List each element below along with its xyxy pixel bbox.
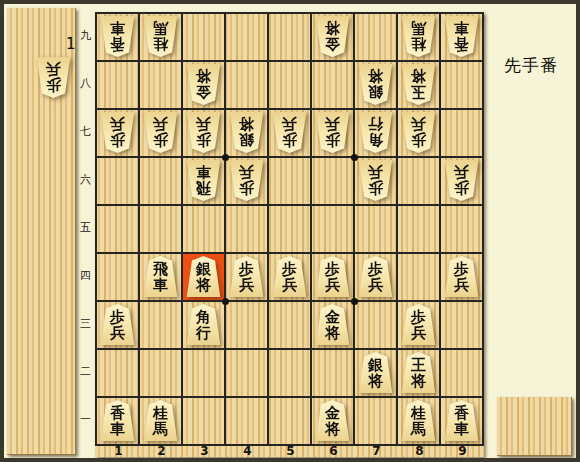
file-label-4: 4 xyxy=(226,446,269,457)
rank-label-九: 九 xyxy=(77,12,94,60)
sente-hand-pawn[interactable]: 歩兵 xyxy=(36,57,71,98)
board-cell-9-7[interactable] xyxy=(441,110,482,156)
piece-sente-歩兵[interactable]: 歩兵 xyxy=(272,112,307,153)
piece-gote-金将[interactable]: 金将 xyxy=(315,304,350,345)
piece-sente-玉将[interactable]: 玉将 xyxy=(401,64,436,105)
piece-sente-歩兵[interactable]: 歩兵 xyxy=(401,112,436,153)
piece-sente-金将[interactable]: 金将 xyxy=(186,64,221,105)
board-cell-4-8[interactable] xyxy=(226,62,267,108)
piece-sente-角行[interactable]: 角行 xyxy=(358,112,393,153)
board-cell-5-2[interactable] xyxy=(269,350,310,396)
board-cell-7-5[interactable] xyxy=(355,206,396,252)
piece-gote-歩兵[interactable]: 歩兵 xyxy=(401,304,436,345)
sente-hand-stand: 1 歩兵 xyxy=(7,8,76,455)
board-cell-1-2[interactable] xyxy=(97,350,138,396)
rank-label-七: 七 xyxy=(77,108,94,156)
board-cell-4-1[interactable] xyxy=(226,398,267,444)
piece-gote-桂馬[interactable]: 桂馬 xyxy=(143,400,178,441)
piece-sente-歩兵[interactable]: 歩兵 xyxy=(358,160,393,201)
board-cell-6-8[interactable] xyxy=(312,62,353,108)
file-label-8: 8 xyxy=(398,446,441,457)
file-label-2: 2 xyxy=(140,446,183,457)
star-point xyxy=(222,154,229,161)
star-point xyxy=(351,298,358,305)
piece-sente-香車[interactable]: 香車 xyxy=(100,16,135,57)
piece-gote-角行[interactable]: 角行 xyxy=(186,304,221,345)
rank-label-八: 八 xyxy=(77,60,94,108)
piece-sente-桂馬[interactable]: 桂馬 xyxy=(143,16,178,57)
board-cell-1-5[interactable] xyxy=(97,206,138,252)
piece-sente-歩兵[interactable]: 歩兵 xyxy=(143,112,178,153)
piece-sente-桂馬[interactable]: 桂馬 xyxy=(401,16,436,57)
piece-gote-桂馬[interactable]: 桂馬 xyxy=(401,400,436,441)
star-point xyxy=(222,298,229,305)
board-cell-4-2[interactable] xyxy=(226,350,267,396)
board-cell-6-5[interactable] xyxy=(312,206,353,252)
piece-gote-歩兵[interactable]: 歩兵 xyxy=(100,304,135,345)
board-cell-5-3[interactable] xyxy=(269,302,310,348)
rank-label-三: 三 xyxy=(77,300,94,348)
board-cell-4-5[interactable] xyxy=(226,206,267,252)
rank-labels: 九八七六五四三二一 xyxy=(77,12,94,446)
piece-gote-香車[interactable]: 香車 xyxy=(444,400,479,441)
board-cell-2-8[interactable] xyxy=(140,62,181,108)
piece-gote-香車[interactable]: 香車 xyxy=(100,400,135,441)
board-cell-2-5[interactable] xyxy=(140,206,181,252)
board-cell-3-1[interactable] xyxy=(183,398,224,444)
board-cell-6-6[interactable] xyxy=(312,158,353,204)
rank-label-二: 二 xyxy=(77,348,94,396)
piece-sente-歩兵[interactable]: 歩兵 xyxy=(100,112,135,153)
board-cell-4-9[interactable] xyxy=(226,14,267,60)
gote-hand-stand: 1 歩兵 xyxy=(497,397,572,456)
turn-indicator: 先手番 xyxy=(504,54,580,77)
star-point xyxy=(351,154,358,161)
piece-sente-飛車[interactable]: 飛車 xyxy=(186,160,221,201)
board-cell-2-6[interactable] xyxy=(140,158,181,204)
board-cell-2-2[interactable] xyxy=(140,350,181,396)
board-cell-3-9[interactable] xyxy=(183,14,224,60)
piece-gote-歩兵[interactable]: 歩兵 xyxy=(229,256,264,297)
sente-hand-count: 1 xyxy=(66,35,76,53)
rank-label-四: 四 xyxy=(77,252,94,300)
board-cell-5-5[interactable] xyxy=(269,206,310,252)
board-cell-9-2[interactable] xyxy=(441,350,482,396)
board-cell-3-2[interactable] xyxy=(183,350,224,396)
rank-label-五: 五 xyxy=(77,204,94,252)
rank-label-六: 六 xyxy=(77,156,94,204)
shogi-app-window: 1 歩兵 九八七六五四三二一 香車桂馬金将桂馬香車金将銀将玉将歩兵歩兵歩兵銀将歩… xyxy=(0,0,580,462)
piece-sente-銀将[interactable]: 銀将 xyxy=(229,112,264,153)
board-cell-5-8[interactable] xyxy=(269,62,310,108)
piece-gote-王将[interactable]: 王将 xyxy=(401,352,436,393)
board-grid: 香車桂馬金将桂馬香車金将銀将玉将歩兵歩兵歩兵銀将歩兵歩兵角行歩兵飛車歩兵歩兵歩兵… xyxy=(95,12,484,446)
piece-gote-歩兵[interactable]: 歩兵 xyxy=(358,256,393,297)
board-cell-1-4[interactable] xyxy=(97,254,138,300)
board-cell-3-5[interactable] xyxy=(183,206,224,252)
shogi-board: 香車桂馬金将桂馬香車金将銀将玉将歩兵歩兵歩兵銀将歩兵歩兵角行歩兵飛車歩兵歩兵歩兵… xyxy=(95,12,484,457)
file-label-9: 9 xyxy=(441,446,484,457)
piece-gote-歩兵[interactable]: 歩兵 xyxy=(444,256,479,297)
file-label-6: 6 xyxy=(312,446,355,457)
board-cell-5-1[interactable] xyxy=(269,398,310,444)
file-label-1: 1 xyxy=(97,446,140,457)
piece-gote-銀将[interactable]: 銀将 xyxy=(186,256,221,297)
file-labels: 123456789 xyxy=(95,446,484,457)
board-cell-5-9[interactable] xyxy=(269,14,310,60)
piece-sente-香車[interactable]: 香車 xyxy=(444,16,479,57)
board-cell-9-8[interactable] xyxy=(441,62,482,108)
piece-sente-金将[interactable]: 金将 xyxy=(315,16,350,57)
board-cell-8-6[interactable] xyxy=(398,158,439,204)
piece-gote-歩兵[interactable]: 歩兵 xyxy=(272,256,307,297)
board-cell-2-3[interactable] xyxy=(140,302,181,348)
board-cell-7-1[interactable] xyxy=(355,398,396,444)
file-label-7: 7 xyxy=(355,446,398,457)
board-cell-8-5[interactable] xyxy=(398,206,439,252)
file-label-3: 3 xyxy=(183,446,226,457)
piece-gote-金将[interactable]: 金将 xyxy=(315,400,350,441)
piece-sente-歩兵[interactable]: 歩兵 xyxy=(186,112,221,153)
board-cell-9-3[interactable] xyxy=(441,302,482,348)
board-cell-8-4[interactable] xyxy=(398,254,439,300)
piece-sente-歩兵[interactable]: 歩兵 xyxy=(229,160,264,201)
piece-sente-銀将[interactable]: 銀将 xyxy=(358,64,393,105)
board-cell-6-2[interactable] xyxy=(312,350,353,396)
board-cell-1-8[interactable] xyxy=(97,62,138,108)
piece-gote-銀将[interactable]: 銀将 xyxy=(358,352,393,393)
board-cell-7-9[interactable] xyxy=(355,14,396,60)
board-cell-1-6[interactable] xyxy=(97,158,138,204)
board-cell-7-3[interactable] xyxy=(355,302,396,348)
piece-gote-飛車[interactable]: 飛車 xyxy=(143,256,178,297)
file-label-5: 5 xyxy=(269,446,312,457)
board-cell-4-3[interactable] xyxy=(226,302,267,348)
rank-label-一: 一 xyxy=(77,396,94,444)
board-cell-9-5[interactable] xyxy=(441,206,482,252)
piece-gote-歩兵[interactable]: 歩兵 xyxy=(315,256,350,297)
board-cell-5-6[interactable] xyxy=(269,158,310,204)
piece-sente-歩兵[interactable]: 歩兵 xyxy=(315,112,350,153)
piece-sente-歩兵[interactable]: 歩兵 xyxy=(444,160,479,201)
